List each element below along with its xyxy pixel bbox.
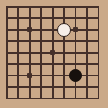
star-point <box>50 50 55 55</box>
intersection-J7[interactable] <box>93 24 104 35</box>
intersection-F9[interactable] <box>58 1 69 12</box>
intersection-C8[interactable] <box>24 13 35 24</box>
star-point <box>27 73 32 78</box>
intersection-E1[interactable] <box>47 93 58 104</box>
intersection-C5[interactable] <box>24 47 35 58</box>
intersection-A2[interactable] <box>1 81 12 92</box>
intersection-G1[interactable] <box>70 93 81 104</box>
intersection-G7[interactable] <box>70 24 81 35</box>
intersection-D7[interactable] <box>35 24 46 35</box>
intersection-F2[interactable] <box>58 81 69 92</box>
intersection-A9[interactable] <box>1 1 12 12</box>
intersection-H4[interactable] <box>81 58 92 69</box>
intersection-B7[interactable] <box>13 24 24 35</box>
intersection-D9[interactable] <box>35 1 46 12</box>
intersection-C2[interactable] <box>24 81 35 92</box>
intersection-B6[interactable] <box>13 35 24 46</box>
intersection-E8[interactable] <box>47 13 58 24</box>
intersection-J5[interactable] <box>93 47 104 58</box>
intersection-H7[interactable] <box>81 24 92 35</box>
intersection-H6[interactable] <box>81 35 92 46</box>
intersection-D3[interactable] <box>35 70 46 81</box>
intersection-D6[interactable] <box>35 35 46 46</box>
intersection-B4[interactable] <box>13 58 24 69</box>
intersection-J3[interactable] <box>93 70 104 81</box>
intersection-H5[interactable] <box>81 47 92 58</box>
intersection-G9[interactable] <box>70 1 81 12</box>
star-point <box>27 27 32 32</box>
intersection-E9[interactable] <box>47 1 58 12</box>
intersection-B2[interactable] <box>13 81 24 92</box>
intersection-G2[interactable] <box>70 81 81 92</box>
intersection-H2[interactable] <box>81 81 92 92</box>
intersection-B3[interactable] <box>13 70 24 81</box>
intersection-C9[interactable] <box>24 1 35 12</box>
intersection-G5[interactable] <box>70 47 81 58</box>
intersection-C1[interactable] <box>24 93 35 104</box>
intersection-B8[interactable] <box>13 13 24 24</box>
intersection-J8[interactable] <box>93 13 104 24</box>
intersection-B1[interactable] <box>13 93 24 104</box>
intersection-D8[interactable] <box>35 13 46 24</box>
intersection-F5[interactable] <box>58 47 69 58</box>
intersection-G8[interactable] <box>70 13 81 24</box>
intersection-H3[interactable] <box>81 70 92 81</box>
intersection-J1[interactable] <box>93 93 104 104</box>
intersection-H1[interactable] <box>81 93 92 104</box>
intersection-F7[interactable]: ● <box>58 24 69 35</box>
intersection-C3[interactable] <box>24 70 35 81</box>
intersection-D5[interactable] <box>35 47 46 58</box>
intersection-C4[interactable] <box>24 58 35 69</box>
intersection-J4[interactable] <box>93 58 104 69</box>
intersection-E2[interactable] <box>47 81 58 92</box>
intersection-D1[interactable] <box>35 93 46 104</box>
intersection-A3[interactable] <box>1 70 12 81</box>
intersection-C6[interactable] <box>24 35 35 46</box>
intersection-A4[interactable] <box>1 58 12 69</box>
intersection-A7[interactable] <box>1 24 12 35</box>
intersection-J2[interactable] <box>93 81 104 92</box>
intersection-H9[interactable] <box>81 1 92 12</box>
intersection-B9[interactable] <box>13 1 24 12</box>
go-board: ●● <box>0 0 108 108</box>
intersection-A6[interactable] <box>1 35 12 46</box>
intersection-A5[interactable] <box>1 47 12 58</box>
intersection-E3[interactable] <box>47 70 58 81</box>
intersection-F4[interactable] <box>58 58 69 69</box>
intersection-G6[interactable] <box>70 35 81 46</box>
intersection-F6[interactable] <box>58 35 69 46</box>
intersection-A8[interactable] <box>1 13 12 24</box>
intersection-E5[interactable] <box>47 47 58 58</box>
star-point <box>73 27 78 32</box>
intersection-H8[interactable] <box>81 13 92 24</box>
intersections: ●● <box>1 1 104 104</box>
intersection-F1[interactable] <box>58 93 69 104</box>
intersection-J9[interactable] <box>93 1 104 12</box>
intersection-A1[interactable] <box>1 93 12 104</box>
intersection-D2[interactable] <box>35 81 46 92</box>
intersection-E4[interactable] <box>47 58 58 69</box>
white-stone[interactable]: ● <box>57 23 71 37</box>
intersection-D4[interactable] <box>35 58 46 69</box>
intersection-B5[interactable] <box>13 47 24 58</box>
intersection-J6[interactable] <box>93 35 104 46</box>
intersection-G3[interactable]: ● <box>70 70 81 81</box>
intersection-C7[interactable] <box>24 24 35 35</box>
intersection-E6[interactable] <box>47 35 58 46</box>
